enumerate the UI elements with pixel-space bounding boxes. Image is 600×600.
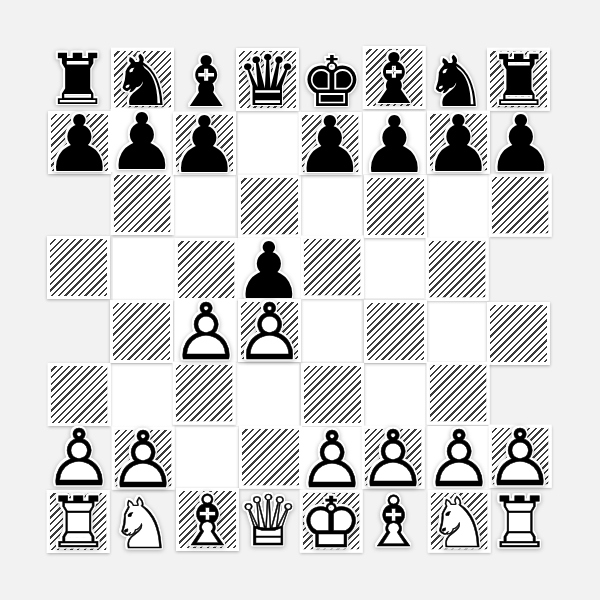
piece-white-pawn: ♟♙ [428, 426, 491, 489]
black-queen-glyph: ♛ [239, 52, 296, 109]
white-king-outline-glyph: ♔ [303, 494, 360, 551]
square-e1[interactable]: ♚♔ [300, 490, 363, 553]
square-a4[interactable] [47, 298, 110, 361]
piece-black-pawn: ♟ [176, 115, 233, 172]
square-h7[interactable]: ♟ [490, 111, 553, 174]
piece-white-rook: ♜♖ [488, 490, 551, 553]
square-g7[interactable]: ♟ [427, 111, 490, 174]
square-a2[interactable]: ♟♙ [48, 425, 111, 488]
black-pawn-glyph: ♟ [302, 116, 359, 173]
white-queen-outline-glyph: ♕ [237, 489, 300, 552]
piece-white-rook: ♜♖ [50, 493, 107, 550]
square-d1[interactable]: ♛♕ [237, 488, 300, 551]
white-rook-outline-glyph: ♖ [488, 491, 551, 554]
white-rook-outline-glyph: ♖ [50, 494, 107, 551]
piece-black-pawn: ♟ [51, 114, 108, 171]
white-knight-outline-glyph: ♘ [110, 492, 173, 555]
black-pawn-glyph: ♟ [490, 112, 553, 175]
white-pawn-outline-glyph: ♙ [48, 426, 111, 489]
white-knight-outline-glyph: ♘ [431, 494, 488, 551]
black-pawn-glyph: ♟ [176, 116, 233, 173]
square-h2[interactable]: ♟♙ [489, 425, 552, 488]
piece-white-pawn: ♟♙ [241, 302, 298, 359]
square-e5[interactable] [301, 236, 364, 299]
white-bishop-outline-glyph: ♗ [363, 490, 426, 553]
piece-white-pawn: ♟♙ [492, 428, 549, 485]
square-a5[interactable] [47, 236, 110, 299]
piece-white-pawn: ♟♙ [175, 299, 238, 362]
piece-white-queen: ♛♕ [237, 488, 300, 551]
square-b5[interactable] [113, 238, 176, 301]
piece-black-bishop: ♝ [366, 49, 423, 106]
piece-white-bishop: ♝♗ [363, 489, 426, 552]
square-c4[interactable]: ♟♙ [175, 299, 238, 362]
square-f1[interactable]: ♝♗ [363, 489, 426, 552]
piece-black-pawn: ♟ [302, 115, 359, 172]
piece-white-pawn: ♟♙ [301, 427, 364, 490]
piece-white-pawn: ♟♙ [365, 429, 422, 486]
square-h4[interactable] [487, 302, 550, 365]
white-pawn-outline-glyph: ♙ [115, 431, 172, 488]
square-f7[interactable]: ♟ [363, 112, 426, 175]
square-b4[interactable] [110, 300, 173, 363]
black-pawn-glyph: ♟ [430, 115, 487, 172]
white-pawn-outline-glyph: ♙ [365, 430, 422, 487]
square-c1[interactable]: ♝♗ [176, 488, 239, 551]
piece-white-knight: ♞♘ [110, 491, 173, 554]
square-b7[interactable]: ♟ [111, 109, 174, 172]
square-d4[interactable]: ♟♙ [238, 299, 301, 362]
square-e2[interactable]: ♟♙ [301, 427, 364, 490]
piece-white-knight: ♞♘ [431, 493, 488, 550]
square-a1[interactable]: ♜♖ [47, 490, 110, 553]
black-pawn-glyph: ♟ [111, 110, 174, 173]
white-pawn-outline-glyph: ♙ [241, 303, 298, 360]
square-a7[interactable]: ♟ [48, 111, 111, 174]
square-c7[interactable]: ♟ [173, 112, 236, 175]
piece-black-pawn: ♟ [111, 109, 174, 172]
white-pawn-outline-glyph: ♙ [175, 300, 238, 363]
black-pawn-glyph: ♟ [363, 113, 426, 176]
square-f4[interactable] [364, 300, 427, 363]
piece-white-pawn: ♟♙ [48, 425, 111, 488]
square-b2[interactable]: ♟♙ [112, 427, 175, 490]
black-pawn-glyph: ♟ [51, 115, 108, 172]
piece-white-king: ♚♔ [303, 493, 360, 550]
square-g5[interactable] [426, 238, 489, 301]
piece-black-queen: ♛ [239, 51, 296, 108]
white-bishop-outline-glyph: ♗ [179, 492, 236, 549]
square-e7[interactable]: ♟ [299, 112, 362, 175]
black-bishop-glyph: ♝ [366, 50, 423, 107]
white-pawn-outline-glyph: ♙ [492, 429, 549, 486]
square-e4[interactable] [299, 299, 362, 362]
square-f5[interactable] [362, 235, 425, 298]
square-g1[interactable]: ♞♘ [428, 490, 491, 553]
square-h5[interactable] [490, 236, 553, 299]
piece-black-pawn: ♟ [430, 114, 487, 171]
square-d8[interactable]: ♛ [236, 48, 299, 111]
square-g4[interactable] [425, 298, 488, 361]
piece-white-pawn: ♟♙ [115, 430, 172, 487]
chess-board: ♜♞♝♛♚♝♞♜♟♟♟♟♟♟♟♟♟♙♟♙♟♙♟♙♟♙♟♙♟♙♟♙♜♖♞♘♝♗♛♕… [48, 48, 552, 552]
square-h1[interactable]: ♜♖ [488, 490, 551, 553]
piece-black-pawn: ♟ [363, 112, 426, 175]
piece-white-bishop: ♝♗ [179, 491, 236, 548]
product-background: ♜♞♝♛♚♝♞♜♟♟♟♟♟♟♟♟♟♙♟♙♟♙♟♙♟♙♟♙♟♙♟♙♜♖♞♘♝♗♛♕… [0, 0, 600, 600]
piece-black-pawn: ♟ [490, 111, 553, 174]
square-b1[interactable]: ♞♘ [110, 491, 173, 554]
square-g2[interactable]: ♟♙ [428, 426, 491, 489]
square-f2[interactable]: ♟♙ [362, 426, 425, 489]
